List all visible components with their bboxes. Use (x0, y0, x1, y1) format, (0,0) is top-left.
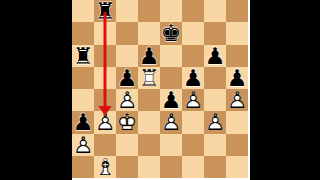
square-b8: ♜ (94, 0, 116, 22)
square-h8 (226, 0, 248, 22)
black-pawn: ♟ (182, 67, 204, 89)
square-f6 (182, 45, 204, 67)
square-a7 (72, 22, 94, 44)
black-pawn: ♟ (226, 67, 248, 89)
square-c8 (116, 0, 138, 22)
square-a8 (72, 0, 94, 22)
white-pawn: ♟♙ (204, 111, 226, 133)
square-h1 (226, 156, 248, 178)
white-king: ♚♔ (116, 111, 138, 133)
square-b1: ♝♗ (94, 156, 116, 178)
square-g4 (204, 89, 226, 111)
square-g2 (204, 134, 226, 156)
board-margin: ♜♚♜♟♟♟♜♖♟♟♟♙♟♟♙♟♙♟♟♙♚♔♟♙♟♙♟♙♝♗ (72, 0, 250, 180)
white-rook: ♜♖ (138, 67, 160, 89)
square-c5: ♟ (116, 67, 138, 89)
square-d4 (138, 89, 160, 111)
white-pawn: ♟♙ (182, 89, 204, 111)
square-f3 (182, 111, 204, 133)
black-king: ♚ (160, 22, 182, 44)
square-a2: ♟♙ (72, 134, 94, 156)
black-pawn: ♟ (72, 111, 94, 133)
square-d5: ♜♖ (138, 67, 160, 89)
square-h6 (226, 45, 248, 67)
square-f2 (182, 134, 204, 156)
video-frame: ♜♚♜♟♟♟♜♖♟♟♟♙♟♟♙♟♙♟♟♙♚♔♟♙♟♙♟♙♝♗ (0, 0, 320, 180)
square-e6 (160, 45, 182, 67)
square-e2 (160, 134, 182, 156)
black-rook: ♜ (72, 45, 94, 67)
square-b5 (94, 67, 116, 89)
square-f8 (182, 0, 204, 22)
square-d1 (138, 156, 160, 178)
square-g1 (204, 156, 226, 178)
square-g7 (204, 22, 226, 44)
square-f7 (182, 22, 204, 44)
square-f1 (182, 156, 204, 178)
square-b6 (94, 45, 116, 67)
chess-board: ♜♚♜♟♟♟♜♖♟♟♟♙♟♟♙♟♙♟♟♙♚♔♟♙♟♙♟♙♝♗ (72, 0, 248, 178)
white-pawn: ♟♙ (94, 111, 116, 133)
square-g6: ♟ (204, 45, 226, 67)
square-c4: ♟♙ (116, 89, 138, 111)
black-pawn: ♟ (160, 89, 182, 111)
square-e3: ♟♙ (160, 111, 182, 133)
white-pawn: ♟♙ (160, 111, 182, 133)
square-a6: ♜ (72, 45, 94, 67)
square-c1 (116, 156, 138, 178)
square-d3 (138, 111, 160, 133)
square-c6 (116, 45, 138, 67)
black-pawn: ♟ (204, 45, 226, 67)
square-a4 (72, 89, 94, 111)
black-pawn: ♟ (116, 67, 138, 89)
square-b2 (94, 134, 116, 156)
square-c7 (116, 22, 138, 44)
square-b4 (94, 89, 116, 111)
square-e7: ♚ (160, 22, 182, 44)
square-f4: ♟♙ (182, 89, 204, 111)
square-d7 (138, 22, 160, 44)
square-a5 (72, 67, 94, 89)
square-d8 (138, 0, 160, 22)
square-f5: ♟ (182, 67, 204, 89)
square-e1 (160, 156, 182, 178)
square-a3: ♟ (72, 111, 94, 133)
black-pawn: ♟ (138, 45, 160, 67)
white-pawn: ♟♙ (72, 134, 94, 156)
square-e5 (160, 67, 182, 89)
square-a1 (72, 156, 94, 178)
square-d2 (138, 134, 160, 156)
square-b3: ♟♙ (94, 111, 116, 133)
white-pawn: ♟♙ (116, 89, 138, 111)
square-e8 (160, 0, 182, 22)
square-c3: ♚♔ (116, 111, 138, 133)
square-b7 (94, 22, 116, 44)
square-g3: ♟♙ (204, 111, 226, 133)
square-g8 (204, 0, 226, 22)
black-rook: ♜ (94, 0, 116, 22)
white-bishop: ♝♗ (94, 156, 116, 178)
square-g5 (204, 67, 226, 89)
square-h5: ♟ (226, 67, 248, 89)
square-h7 (226, 22, 248, 44)
square-h2 (226, 134, 248, 156)
white-pawn: ♟♙ (226, 89, 248, 111)
square-c2 (116, 134, 138, 156)
square-d6: ♟ (138, 45, 160, 67)
square-h3 (226, 111, 248, 133)
square-h4: ♟♙ (226, 89, 248, 111)
square-e4: ♟ (160, 89, 182, 111)
